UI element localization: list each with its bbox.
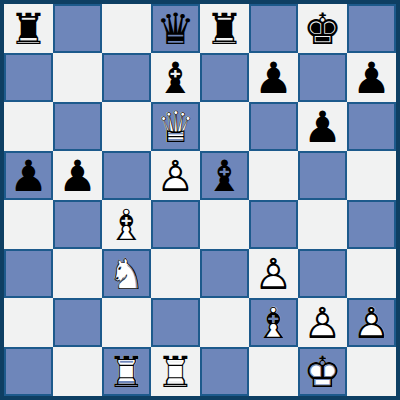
square-b6[interactable]: [53, 102, 102, 151]
white-knight-piece: ♞♘: [102, 249, 151, 298]
square-e7[interactable]: [200, 53, 249, 102]
white-rook-piece: ♜♖: [151, 347, 200, 396]
square-e6[interactable]: [200, 102, 249, 151]
white-bishop-piece: ♝♗: [102, 200, 151, 249]
white-rook-piece: ♜♖: [102, 347, 151, 396]
white-pawn-piece: ♟♙: [298, 298, 347, 347]
square-c3[interactable]: ♞♘: [102, 249, 151, 298]
square-f5[interactable]: [249, 151, 298, 200]
white-king-piece: ♚♔: [298, 347, 347, 396]
square-e1[interactable]: [200, 347, 249, 396]
square-a6[interactable]: [4, 102, 53, 151]
black-pawn-piece: ♟: [298, 102, 347, 151]
square-b3[interactable]: [53, 249, 102, 298]
square-e4[interactable]: [200, 200, 249, 249]
square-h5[interactable]: [347, 151, 396, 200]
square-c8[interactable]: [102, 4, 151, 53]
black-pawn-piece: ♟: [4, 151, 53, 200]
square-b1[interactable]: [53, 347, 102, 396]
white-bishop-piece: ♝♗: [249, 298, 298, 347]
square-d2[interactable]: [151, 298, 200, 347]
square-b2[interactable]: [53, 298, 102, 347]
square-g6[interactable]: ♟: [298, 102, 347, 151]
square-d7[interactable]: ♝: [151, 53, 200, 102]
square-d5[interactable]: ♟♙: [151, 151, 200, 200]
black-bishop-piece: ♝: [200, 151, 249, 200]
white-pawn-piece: ♟♙: [347, 298, 396, 347]
square-f1[interactable]: [249, 347, 298, 396]
square-b8[interactable]: [53, 4, 102, 53]
square-f2[interactable]: ♝♗: [249, 298, 298, 347]
square-g3[interactable]: [298, 249, 347, 298]
square-e5[interactable]: ♝: [200, 151, 249, 200]
white-pawn-piece: ♟♙: [249, 249, 298, 298]
square-g5[interactable]: [298, 151, 347, 200]
black-bishop-piece: ♝: [151, 53, 200, 102]
square-b4[interactable]: [53, 200, 102, 249]
square-d1[interactable]: ♜♖: [151, 347, 200, 396]
square-a4[interactable]: [4, 200, 53, 249]
square-f3[interactable]: ♟♙: [249, 249, 298, 298]
square-c5[interactable]: [102, 151, 151, 200]
square-h8[interactable]: [347, 4, 396, 53]
chess-board: ♜♛♜♚♝♟♟♛♕♟♟♟♟♙♝♝♗♞♘♟♙♝♗♟♙♟♙♜♖♜♖♚♔: [0, 0, 400, 400]
square-e2[interactable]: [200, 298, 249, 347]
square-b5[interactable]: ♟: [53, 151, 102, 200]
square-h1[interactable]: [347, 347, 396, 396]
square-b7[interactable]: [53, 53, 102, 102]
square-d6[interactable]: ♛♕: [151, 102, 200, 151]
square-g1[interactable]: ♚♔: [298, 347, 347, 396]
square-f6[interactable]: [249, 102, 298, 151]
square-h6[interactable]: [347, 102, 396, 151]
square-f8[interactable]: [249, 4, 298, 53]
black-king-piece: ♚: [298, 4, 347, 53]
square-f4[interactable]: [249, 200, 298, 249]
square-d8[interactable]: ♛: [151, 4, 200, 53]
square-c6[interactable]: [102, 102, 151, 151]
square-c1[interactable]: ♜♖: [102, 347, 151, 396]
square-a2[interactable]: [4, 298, 53, 347]
square-a3[interactable]: [4, 249, 53, 298]
square-h4[interactable]: [347, 200, 396, 249]
square-a1[interactable]: [4, 347, 53, 396]
square-a5[interactable]: ♟: [4, 151, 53, 200]
black-pawn-piece: ♟: [347, 53, 396, 102]
square-h2[interactable]: ♟♙: [347, 298, 396, 347]
square-d4[interactable]: [151, 200, 200, 249]
square-f7[interactable]: ♟: [249, 53, 298, 102]
square-g7[interactable]: [298, 53, 347, 102]
square-e8[interactable]: ♜: [200, 4, 249, 53]
square-c2[interactable]: [102, 298, 151, 347]
square-h7[interactable]: ♟: [347, 53, 396, 102]
white-queen-piece: ♛♕: [151, 102, 200, 151]
black-rook-piece: ♜: [200, 4, 249, 53]
square-g2[interactable]: ♟♙: [298, 298, 347, 347]
square-a8[interactable]: ♜: [4, 4, 53, 53]
square-c4[interactable]: ♝♗: [102, 200, 151, 249]
square-d3[interactable]: [151, 249, 200, 298]
white-pawn-piece: ♟♙: [151, 151, 200, 200]
square-h3[interactable]: [347, 249, 396, 298]
square-e3[interactable]: [200, 249, 249, 298]
square-g8[interactable]: ♚: [298, 4, 347, 53]
square-a7[interactable]: [4, 53, 53, 102]
square-g4[interactable]: [298, 200, 347, 249]
black-pawn-piece: ♟: [249, 53, 298, 102]
black-pawn-piece: ♟: [53, 151, 102, 200]
black-rook-piece: ♜: [4, 4, 53, 53]
black-queen-piece: ♛: [151, 4, 200, 53]
square-c7[interactable]: [102, 53, 151, 102]
